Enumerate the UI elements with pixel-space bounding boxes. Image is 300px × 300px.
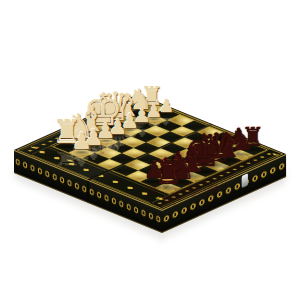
fold-seam-edge: [87, 181, 88, 203]
piece-black-rook[interactable]: ♜: [153, 156, 183, 189]
piece-white-pawn[interactable]: ♟: [71, 130, 92, 153]
product-photo: ◆ ◆ ◆ ◆ ◆ ◆ ◆ ◆ ◆ ◆ ◆ ◆ ❧ ❧ ❧ ❧ ♜♜♞♞♝♝♛♛…: [0, 0, 300, 300]
